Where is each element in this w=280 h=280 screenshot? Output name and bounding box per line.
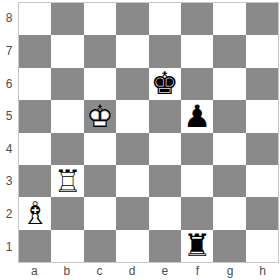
square-c6[interactable] [84, 68, 116, 100]
file-label-h: h [246, 262, 279, 280]
square-h7[interactable] [246, 35, 278, 67]
file-label-d: d [116, 262, 149, 280]
square-h5[interactable] [246, 100, 278, 132]
square-b8[interactable] [51, 3, 83, 35]
square-e5[interactable] [149, 100, 181, 132]
rank-label-3: 3 [0, 165, 18, 198]
square-f8[interactable] [181, 3, 213, 35]
file-label-f: f [181, 262, 214, 280]
rank-label-7: 7 [0, 35, 18, 68]
square-c3[interactable] [84, 165, 116, 197]
square-h8[interactable] [246, 3, 278, 35]
square-f3[interactable] [181, 165, 213, 197]
white-bishop-piece[interactable]: ♝♗ [19, 197, 51, 229]
file-label-g: g [214, 262, 247, 280]
rank-label-4: 4 [0, 133, 18, 166]
white-rook-piece[interactable]: ♜♖ [51, 165, 83, 197]
file-label-c: c [83, 262, 116, 280]
square-h1[interactable] [246, 230, 278, 262]
square-b2[interactable] [51, 197, 83, 229]
square-h4[interactable] [246, 133, 278, 165]
rank-label-8: 8 [0, 2, 18, 35]
square-a3[interactable] [19, 165, 51, 197]
chess-board: ♚♚♔♟♜♖♝♗♜ [18, 2, 279, 263]
file-label-b: b [51, 262, 84, 280]
square-h6[interactable] [246, 68, 278, 100]
square-g7[interactable] [213, 35, 245, 67]
square-c2[interactable] [84, 197, 116, 229]
chess-diagram: 87654321 ♚♚♔♟♜♖♝♗♜ abcdefgh [0, 0, 280, 280]
square-b6[interactable] [51, 68, 83, 100]
square-h2[interactable] [246, 197, 278, 229]
square-d1[interactable] [116, 230, 148, 262]
black-rook-icon: ♜ [181, 230, 213, 262]
square-g8[interactable] [213, 3, 245, 35]
square-g1[interactable] [213, 230, 245, 262]
black-pawn-icon: ♟ [181, 100, 213, 132]
square-b3[interactable]: ♜♖ [51, 165, 83, 197]
square-f2[interactable] [181, 197, 213, 229]
square-g6[interactable] [213, 68, 245, 100]
square-a8[interactable] [19, 3, 51, 35]
square-f7[interactable] [181, 35, 213, 67]
square-c7[interactable] [84, 35, 116, 67]
white-bishop-icon: ♗ [19, 197, 51, 229]
square-g3[interactable] [213, 165, 245, 197]
black-pawn-piece[interactable]: ♟ [181, 100, 213, 132]
square-e6[interactable]: ♚ [149, 68, 181, 100]
square-f6[interactable] [181, 68, 213, 100]
black-king-piece[interactable]: ♚ [149, 68, 181, 100]
file-label-a: a [18, 262, 51, 280]
square-d3[interactable] [116, 165, 148, 197]
square-e8[interactable] [149, 3, 181, 35]
white-rook-icon: ♖ [51, 165, 83, 197]
square-c4[interactable] [84, 133, 116, 165]
square-e1[interactable] [149, 230, 181, 262]
rank-labels: 87654321 [0, 2, 18, 263]
square-f1[interactable]: ♜ [181, 230, 213, 262]
square-c1[interactable] [84, 230, 116, 262]
square-d2[interactable] [116, 197, 148, 229]
square-a7[interactable] [19, 35, 51, 67]
square-b1[interactable] [51, 230, 83, 262]
square-f5[interactable]: ♟ [181, 100, 213, 132]
rank-label-5: 5 [0, 100, 18, 133]
square-d5[interactable] [116, 100, 148, 132]
square-e2[interactable] [149, 197, 181, 229]
square-a4[interactable] [19, 133, 51, 165]
rank-label-1: 1 [0, 230, 18, 263]
square-a1[interactable] [19, 230, 51, 262]
square-d4[interactable] [116, 133, 148, 165]
square-c5[interactable]: ♚♔ [84, 100, 116, 132]
square-a5[interactable] [19, 100, 51, 132]
square-e7[interactable] [149, 35, 181, 67]
square-d7[interactable] [116, 35, 148, 67]
square-h3[interactable] [246, 165, 278, 197]
square-g4[interactable] [213, 133, 245, 165]
black-rook-piece[interactable]: ♜ [181, 230, 213, 262]
square-c8[interactable] [84, 3, 116, 35]
square-b4[interactable] [51, 133, 83, 165]
square-b7[interactable] [51, 35, 83, 67]
file-labels: abcdefgh [18, 262, 279, 280]
square-d8[interactable] [116, 3, 148, 35]
white-king-icon: ♔ [84, 100, 116, 132]
rank-label-6: 6 [0, 67, 18, 100]
square-b5[interactable] [51, 100, 83, 132]
square-a6[interactable] [19, 68, 51, 100]
file-label-e: e [149, 262, 182, 280]
black-king-icon: ♚ [149, 68, 181, 100]
square-g5[interactable] [213, 100, 245, 132]
square-f4[interactable] [181, 133, 213, 165]
square-g2[interactable] [213, 197, 245, 229]
square-e4[interactable] [149, 133, 181, 165]
white-king-piece[interactable]: ♚♔ [84, 100, 116, 132]
square-d6[interactable] [116, 68, 148, 100]
square-e3[interactable] [149, 165, 181, 197]
square-a2[interactable]: ♝♗ [19, 197, 51, 229]
rank-label-2: 2 [0, 198, 18, 231]
